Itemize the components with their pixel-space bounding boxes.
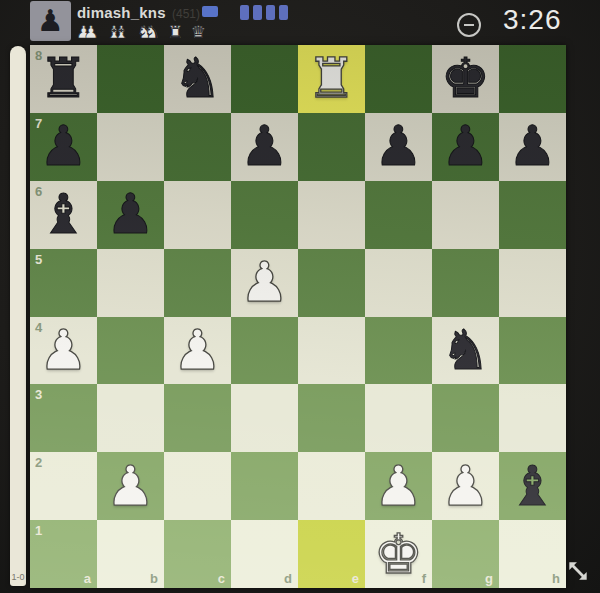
connection-bars-icon bbox=[240, 5, 288, 20]
square-a8[interactable]: 8♜ bbox=[30, 45, 97, 113]
square-b1[interactable]: b bbox=[97, 520, 164, 588]
white-pawn-a4[interactable]: ♟ bbox=[39, 323, 88, 378]
square-d4[interactable] bbox=[231, 317, 298, 385]
square-c3[interactable] bbox=[164, 384, 231, 452]
square-g2[interactable]: ♟ bbox=[432, 452, 499, 520]
timer-icon bbox=[457, 13, 481, 37]
square-f3[interactable] bbox=[365, 384, 432, 452]
black-knight-g4[interactable]: ♞ bbox=[441, 323, 490, 378]
square-e2[interactable] bbox=[298, 452, 365, 520]
square-b2[interactable]: ♟ bbox=[97, 452, 164, 520]
white-rook-e8[interactable]: ♜ bbox=[307, 51, 356, 106]
square-h6[interactable] bbox=[499, 181, 566, 249]
rank-label-1: 1 bbox=[35, 523, 42, 538]
square-d6[interactable] bbox=[231, 181, 298, 249]
black-knight-c8[interactable]: ♞ bbox=[173, 51, 222, 106]
signal-bar bbox=[240, 5, 249, 20]
game-result: 1-0 bbox=[10, 572, 26, 582]
signal-bar bbox=[266, 5, 275, 20]
square-a2[interactable]: 2 bbox=[30, 452, 97, 520]
square-b4[interactable] bbox=[97, 317, 164, 385]
square-g4[interactable]: ♞ bbox=[432, 317, 499, 385]
captured-rook-icon: ♜ bbox=[168, 22, 183, 42]
square-c2[interactable] bbox=[164, 452, 231, 520]
square-d5[interactable]: ♟ bbox=[231, 249, 298, 317]
square-c7[interactable] bbox=[164, 113, 231, 181]
black-pawn-h7[interactable]: ♟ bbox=[508, 119, 557, 174]
square-e3[interactable] bbox=[298, 384, 365, 452]
square-h1[interactable]: h bbox=[499, 520, 566, 588]
square-h4[interactable] bbox=[499, 317, 566, 385]
square-h8[interactable] bbox=[499, 45, 566, 113]
square-g1[interactable]: g bbox=[432, 520, 499, 588]
square-f6[interactable] bbox=[365, 181, 432, 249]
rank-label-3: 3 bbox=[35, 387, 42, 402]
square-a6[interactable]: 6♝ bbox=[30, 181, 97, 249]
square-h7[interactable]: ♟ bbox=[499, 113, 566, 181]
black-pawn-b6[interactable]: ♟ bbox=[106, 187, 155, 242]
square-e7[interactable] bbox=[298, 113, 365, 181]
file-label-e: e bbox=[352, 571, 359, 586]
square-f7[interactable]: ♟ bbox=[365, 113, 432, 181]
square-d1[interactable]: d bbox=[231, 520, 298, 588]
chess-board[interactable]: 8♜♞♜♚7♟♟♟♟♟6♝♟5♟4♟♟♞32♟♟♟♝1abcdef♚gh bbox=[30, 45, 566, 588]
square-h5[interactable] bbox=[499, 249, 566, 317]
square-c1[interactable]: c bbox=[164, 520, 231, 588]
square-c5[interactable] bbox=[164, 249, 231, 317]
rank-label-7: 7 bbox=[35, 116, 42, 131]
square-b5[interactable] bbox=[97, 249, 164, 317]
app-screen: ♟ dimash_kns (451) ♟♟♝♝♞♞♜♛ 3:26 1-0 8♜♞… bbox=[0, 0, 600, 593]
square-a1[interactable]: 1a bbox=[30, 520, 97, 588]
player-rating: (451) bbox=[172, 7, 200, 21]
captured-group-rook: ♜ bbox=[168, 22, 183, 42]
rank-label-5: 5 bbox=[35, 252, 42, 267]
file-label-b: b bbox=[150, 571, 158, 586]
evaluation-bar: 1-0 bbox=[10, 46, 26, 586]
square-d7[interactable]: ♟ bbox=[231, 113, 298, 181]
square-a4[interactable]: 4♟ bbox=[30, 317, 97, 385]
black-bishop-h2[interactable]: ♝ bbox=[508, 459, 557, 514]
square-e5[interactable] bbox=[298, 249, 365, 317]
avatar[interactable]: ♟ bbox=[30, 1, 71, 41]
captured-pieces: ♟♟♝♝♞♞♜♛ bbox=[76, 22, 214, 42]
black-pawn-a7[interactable]: ♟ bbox=[39, 119, 88, 174]
square-b6[interactable]: ♟ bbox=[97, 181, 164, 249]
captured-pawn-icon: ♟ bbox=[83, 22, 98, 42]
black-pawn-f7[interactable]: ♟ bbox=[374, 119, 423, 174]
player-bar-top: ♟ dimash_kns (451) ♟♟♝♝♞♞♜♛ 3:26 bbox=[0, 0, 600, 45]
square-f4[interactable] bbox=[365, 317, 432, 385]
square-f5[interactable] bbox=[365, 249, 432, 317]
square-a5[interactable]: 5 bbox=[30, 249, 97, 317]
fullscreen-toggle-icon[interactable] bbox=[565, 558, 591, 584]
square-b8[interactable] bbox=[97, 45, 164, 113]
square-e6[interactable] bbox=[298, 181, 365, 249]
captured-group-pawn: ♟♟ bbox=[76, 22, 99, 42]
player-username[interactable]: dimash_kns bbox=[77, 4, 166, 21]
captured-group-queen: ♛ bbox=[191, 22, 206, 42]
rank-label-8: 8 bbox=[35, 48, 42, 63]
captured-group-bishop: ♝♝ bbox=[107, 22, 130, 42]
player-clock: 3:26 bbox=[503, 4, 562, 36]
kazakhstan-flag-icon bbox=[202, 6, 218, 17]
square-f1[interactable]: f♚ bbox=[365, 520, 432, 588]
square-d2[interactable] bbox=[231, 452, 298, 520]
captured-group-knight: ♞♞ bbox=[137, 22, 160, 42]
rank-label-6: 6 bbox=[35, 184, 42, 199]
black-pawn-g7[interactable]: ♟ bbox=[441, 119, 490, 174]
white-pawn-c4[interactable]: ♟ bbox=[173, 323, 222, 378]
black-pawn-d7[interactable]: ♟ bbox=[240, 119, 289, 174]
signal-bar bbox=[253, 5, 262, 20]
square-g5[interactable] bbox=[432, 249, 499, 317]
white-pawn-f2[interactable]: ♟ bbox=[374, 459, 423, 514]
file-label-f: f bbox=[422, 571, 426, 586]
square-e1[interactable]: e bbox=[298, 520, 365, 588]
file-label-h: h bbox=[552, 571, 560, 586]
square-d8[interactable] bbox=[231, 45, 298, 113]
square-h3[interactable] bbox=[499, 384, 566, 452]
square-g3[interactable] bbox=[432, 384, 499, 452]
square-a7[interactable]: 7♟ bbox=[30, 113, 97, 181]
file-label-c: c bbox=[218, 571, 225, 586]
square-c8[interactable]: ♞ bbox=[164, 45, 231, 113]
white-pawn-g2[interactable]: ♟ bbox=[441, 459, 490, 514]
square-a3[interactable]: 3 bbox=[30, 384, 97, 452]
file-label-a: a bbox=[84, 571, 91, 586]
square-h2[interactable]: ♝ bbox=[499, 452, 566, 520]
white-king-f1[interactable]: ♚ bbox=[374, 527, 423, 582]
square-e8[interactable]: ♜ bbox=[298, 45, 365, 113]
captured-bishop-icon: ♝ bbox=[114, 22, 129, 42]
captured-knight-icon: ♞ bbox=[144, 22, 159, 42]
square-f8[interactable] bbox=[365, 45, 432, 113]
black-rook-a8[interactable]: ♜ bbox=[39, 51, 88, 106]
white-pawn-d5[interactable]: ♟ bbox=[240, 255, 289, 310]
captured-queen-icon: ♛ bbox=[191, 22, 206, 42]
black-bishop-a6[interactable]: ♝ bbox=[39, 187, 88, 242]
square-f2[interactable]: ♟ bbox=[365, 452, 432, 520]
white-pawn-b2[interactable]: ♟ bbox=[106, 459, 155, 514]
square-c6[interactable] bbox=[164, 181, 231, 249]
signal-bar bbox=[279, 5, 288, 20]
rank-label-4: 4 bbox=[35, 320, 42, 335]
square-d3[interactable] bbox=[231, 384, 298, 452]
file-label-d: d bbox=[284, 571, 292, 586]
square-b3[interactable] bbox=[97, 384, 164, 452]
square-g6[interactable] bbox=[432, 181, 499, 249]
square-b7[interactable] bbox=[97, 113, 164, 181]
square-c4[interactable]: ♟ bbox=[164, 317, 231, 385]
black-king-g8[interactable]: ♚ bbox=[441, 51, 490, 106]
square-g7[interactable]: ♟ bbox=[432, 113, 499, 181]
file-label-g: g bbox=[485, 571, 493, 586]
rank-label-2: 2 bbox=[35, 455, 42, 470]
square-g8[interactable]: ♚ bbox=[432, 45, 499, 113]
square-e4[interactable] bbox=[298, 317, 365, 385]
black-pawn-avatar-icon: ♟ bbox=[37, 6, 64, 36]
